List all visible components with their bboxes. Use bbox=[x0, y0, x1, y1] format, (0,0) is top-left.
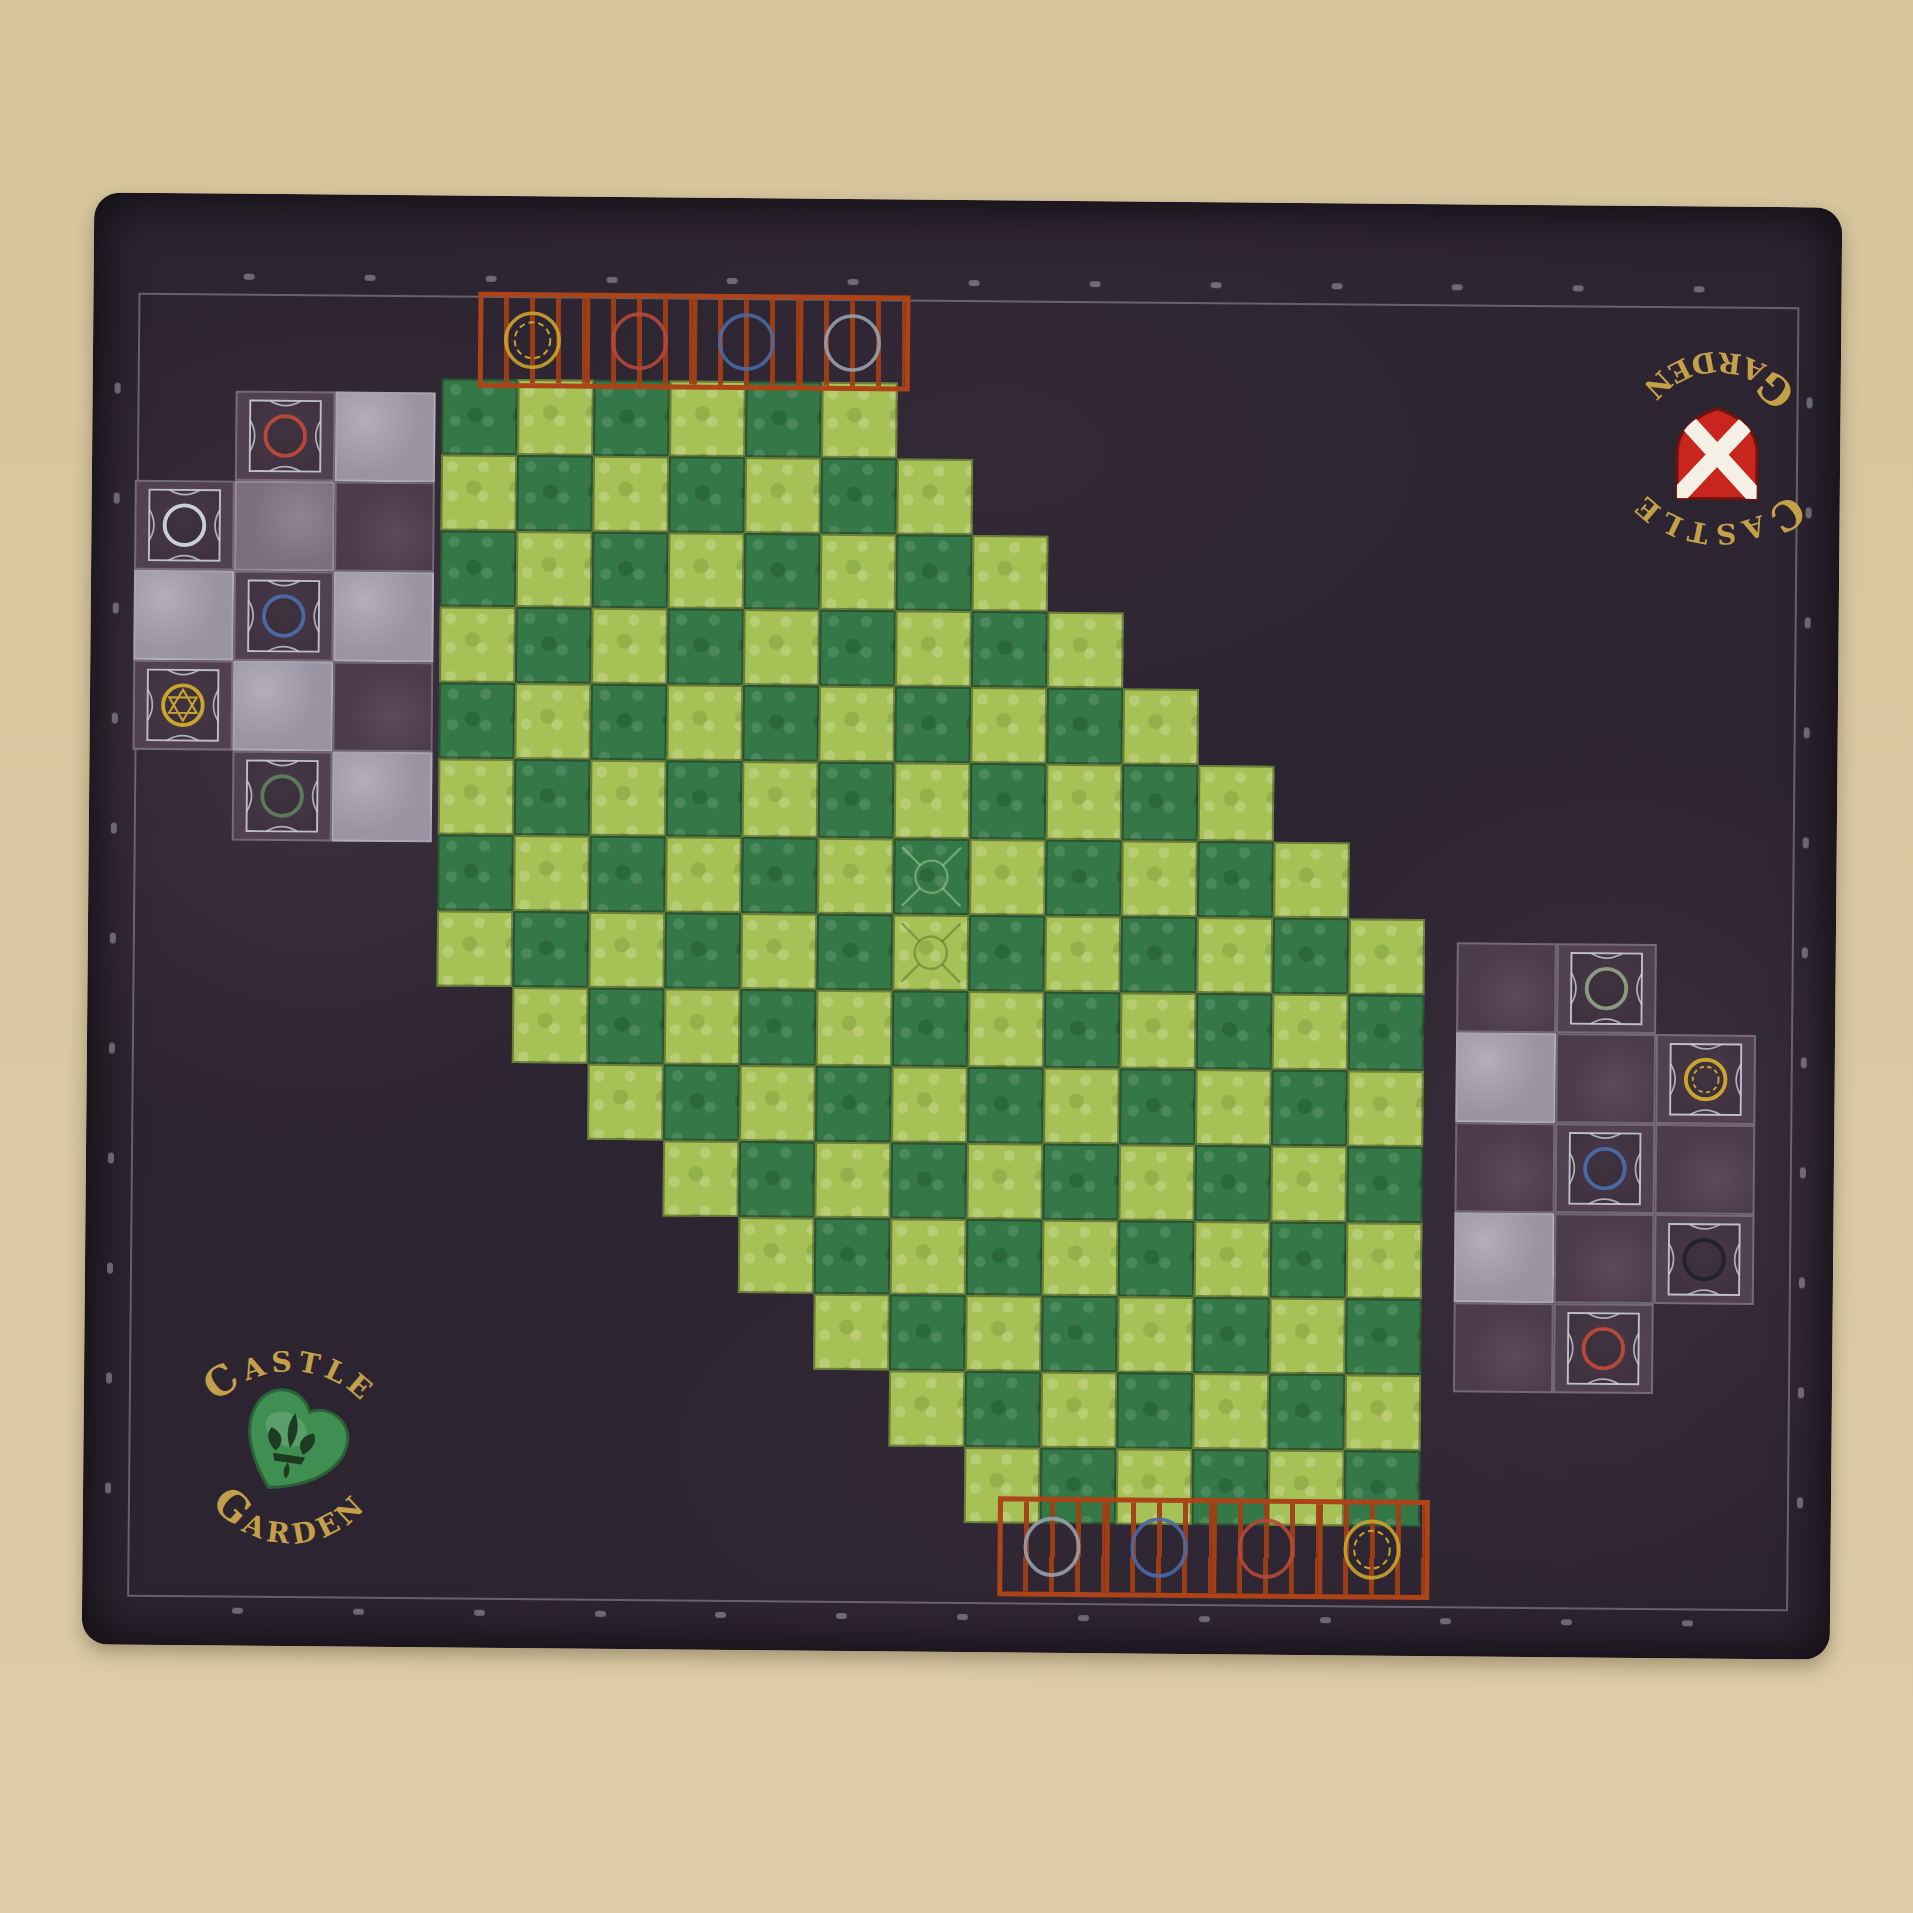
garden-square-2-8[interactable] bbox=[588, 988, 665, 1065]
garden-square-10-13[interactable] bbox=[1192, 1373, 1269, 1450]
garden-square-11-8[interactable] bbox=[1272, 994, 1349, 1071]
garden-square-1-0[interactable] bbox=[517, 379, 594, 456]
photo-stage: Castle Garden bbox=[0, 0, 1913, 1913]
stone-tile-plain bbox=[335, 392, 436, 483]
garden-square-1-8[interactable] bbox=[512, 987, 589, 1064]
border-tick bbox=[1440, 1618, 1451, 1624]
garden-square-3-3[interactable] bbox=[667, 608, 744, 685]
garden-square-7-3[interactable] bbox=[971, 611, 1048, 688]
border-tick bbox=[232, 1608, 243, 1614]
border-tick bbox=[353, 1609, 364, 1615]
garden-square-5-5[interactable] bbox=[818, 762, 895, 839]
border-tick bbox=[112, 713, 118, 724]
garden-square-5-11[interactable] bbox=[814, 1218, 891, 1295]
garden-square-11-10[interactable] bbox=[1270, 1146, 1347, 1223]
border-tick bbox=[111, 823, 117, 834]
shield-icon bbox=[1677, 408, 1758, 499]
garden-square-12-8[interactable] bbox=[1348, 994, 1425, 1071]
garden-square-6-11[interactable] bbox=[890, 1218, 967, 1295]
garden-square-7-2[interactable] bbox=[972, 535, 1049, 612]
border-tick bbox=[1089, 281, 1100, 287]
border-tick bbox=[1802, 947, 1808, 958]
garden-square-2-1[interactable] bbox=[592, 456, 669, 533]
border-tick bbox=[1199, 1616, 1210, 1622]
logo-bottom-left: Castle Garden bbox=[164, 1318, 416, 1570]
garden-square-6-5[interactable] bbox=[894, 762, 971, 839]
garden-square-7-10[interactable] bbox=[966, 1143, 1043, 1220]
border-tick bbox=[1319, 1617, 1330, 1623]
garden-square-8-5[interactable] bbox=[1046, 764, 1123, 841]
garden-square-12-11[interactable] bbox=[1346, 1222, 1423, 1299]
garden-square-8-12[interactable] bbox=[1041, 1296, 1118, 1373]
garden-square-7-12[interactable] bbox=[965, 1295, 1042, 1372]
border-tick bbox=[1801, 1057, 1807, 1068]
fence-section-grey bbox=[803, 300, 905, 387]
border-tick bbox=[110, 933, 116, 944]
stone-tile-emblem-W[interactable] bbox=[134, 480, 235, 571]
garden-square-1-6[interactable] bbox=[513, 835, 590, 912]
garden-square-5-0[interactable] bbox=[821, 382, 898, 459]
border-tick bbox=[1799, 1277, 1805, 1288]
border-tick bbox=[1797, 1497, 1803, 1508]
garden-square-10-5[interactable] bbox=[1198, 765, 1275, 842]
garden-square-4-2[interactable] bbox=[744, 533, 821, 610]
garden-square-10-12[interactable] bbox=[1193, 1297, 1270, 1374]
garden-square-0-1[interactable] bbox=[440, 454, 517, 531]
stone-tile-plain bbox=[1655, 1124, 1756, 1215]
border-tick bbox=[1803, 837, 1809, 848]
stone-tile-emblem-N[interactable] bbox=[232, 751, 333, 842]
border-tick bbox=[848, 279, 859, 285]
garden-square-12-7[interactable] bbox=[1348, 918, 1425, 995]
garden-square-5-12[interactable] bbox=[813, 1294, 890, 1371]
fence-section-blue bbox=[696, 299, 803, 386]
N-ring-emblem-icon bbox=[234, 753, 331, 840]
border-tick bbox=[594, 1611, 605, 1617]
garden-square-8-7[interactable] bbox=[1044, 916, 1121, 993]
fence-circle-gold-icon bbox=[1322, 1504, 1425, 1595]
border-tick bbox=[836, 1613, 847, 1619]
border-tick bbox=[969, 280, 980, 286]
garden-square-0-3[interactable] bbox=[439, 606, 516, 683]
garden-square-5-10[interactable] bbox=[814, 1142, 891, 1219]
stone-tile-plain bbox=[334, 482, 435, 573]
border-tick bbox=[108, 1153, 114, 1164]
stone-tile-plain bbox=[234, 481, 335, 572]
stone-tile-emblem-B[interactable] bbox=[1555, 1123, 1656, 1214]
castle-courtyard-top-left bbox=[132, 390, 436, 843]
fence-circle-grey-icon bbox=[1002, 1501, 1105, 1592]
garden-square-2-4[interactable] bbox=[590, 684, 667, 761]
garden-square-3-4[interactable] bbox=[666, 684, 743, 761]
garden-square-1-4[interactable] bbox=[514, 683, 591, 760]
castle-courtyard-bottom-right bbox=[1453, 942, 1757, 1395]
border-tick bbox=[1806, 507, 1812, 518]
garden-square-11-9[interactable] bbox=[1271, 1070, 1348, 1147]
garden-square-9-13[interactable] bbox=[1116, 1372, 1193, 1449]
fence-circle-blue-icon bbox=[696, 299, 798, 386]
garden-square-7-5[interactable] bbox=[970, 763, 1047, 840]
garden-square-4-11[interactable] bbox=[738, 1217, 815, 1294]
garden-square-0-0[interactable] bbox=[441, 378, 518, 455]
garden-square-5-6[interactable] bbox=[817, 838, 894, 915]
border-tick bbox=[1573, 285, 1584, 291]
stone-tile-emblem-R[interactable] bbox=[1553, 1303, 1654, 1394]
garden-square-3-2[interactable] bbox=[668, 532, 745, 609]
stone-tile-plain bbox=[1456, 942, 1557, 1033]
center-mark-icon bbox=[894, 916, 967, 989]
S-ring-emblem-icon bbox=[135, 662, 232, 749]
garden-square-3-8[interactable] bbox=[664, 988, 741, 1065]
garden-square-9-5[interactable] bbox=[1122, 764, 1199, 841]
garden-square-3-10[interactable] bbox=[662, 1140, 739, 1217]
fence-circle-grey-icon bbox=[803, 300, 905, 387]
border-tick bbox=[115, 383, 121, 394]
border-tick bbox=[105, 1483, 111, 1494]
stone-tile-plain bbox=[133, 570, 234, 661]
garden-square-11-7[interactable] bbox=[1272, 918, 1349, 995]
logo-text-garden: Garden bbox=[204, 1476, 375, 1553]
garden-square-12-9[interactable] bbox=[1347, 1070, 1424, 1147]
garden-square-6-4[interactable] bbox=[894, 686, 971, 763]
stone-tile-plain bbox=[233, 661, 334, 752]
stone-tile-emblem-R[interactable] bbox=[235, 391, 336, 482]
garden-square-9-6[interactable] bbox=[1121, 840, 1198, 917]
garden-square-6-7[interactable] bbox=[892, 914, 969, 991]
garden-square-8-10[interactable] bbox=[1042, 1144, 1119, 1221]
garden-square-4-4[interactable] bbox=[742, 685, 819, 762]
garden-square-6-6[interactable] bbox=[893, 838, 970, 915]
garden-square-5-3[interactable] bbox=[819, 610, 896, 687]
stone-tile-plain bbox=[332, 752, 433, 843]
garden-square-10-7[interactable] bbox=[1196, 917, 1273, 994]
garden-square-1-7[interactable] bbox=[512, 911, 589, 988]
border-tick bbox=[109, 1043, 115, 1054]
fence-section-grey bbox=[1002, 1501, 1110, 1592]
garden-square-2-5[interactable] bbox=[590, 760, 667, 837]
garden-square-7-7[interactable] bbox=[968, 915, 1045, 992]
garden-square-9-12[interactable] bbox=[1117, 1296, 1194, 1373]
border-tick bbox=[1804, 727, 1810, 738]
garden-square-2-9[interactable] bbox=[587, 1064, 664, 1141]
border-tick bbox=[715, 1612, 726, 1618]
stone-tile-plain bbox=[1554, 1213, 1655, 1304]
garden-square-8-11[interactable] bbox=[1042, 1220, 1119, 1297]
R-ring-emblem-icon bbox=[1555, 1305, 1652, 1392]
border-tick bbox=[106, 1373, 112, 1384]
garden-square-0-4[interactable] bbox=[438, 682, 515, 759]
garden-square-9-4[interactable] bbox=[1122, 688, 1199, 765]
garden-square-3-6[interactable] bbox=[665, 836, 742, 913]
K-ring-emblem-icon bbox=[1656, 1216, 1753, 1303]
garden-square-6-3[interactable] bbox=[895, 610, 972, 687]
B-ring-emblem-icon bbox=[1557, 1125, 1654, 1212]
garden-square-5-7[interactable] bbox=[816, 914, 893, 991]
garden-square-2-0[interactable] bbox=[593, 380, 670, 457]
fence-section-blue bbox=[1109, 1502, 1217, 1593]
garden-square-3-9[interactable] bbox=[663, 1064, 740, 1141]
border-tick bbox=[474, 1610, 485, 1616]
fence-circle-gold-icon bbox=[483, 297, 585, 384]
garden-square-2-6[interactable] bbox=[589, 836, 666, 913]
garden-square-10-11[interactable] bbox=[1194, 1221, 1271, 1298]
garden-square-9-9[interactable] bbox=[1119, 1068, 1196, 1145]
stone-tile-plain bbox=[333, 572, 434, 663]
garden-square-4-8[interactable] bbox=[740, 989, 817, 1066]
garden-square-4-6[interactable] bbox=[741, 837, 818, 914]
stone-tile-plain bbox=[1555, 1033, 1656, 1124]
garden-square-1-5[interactable] bbox=[514, 759, 591, 836]
garden-square-1-2[interactable] bbox=[516, 531, 593, 608]
border-tick bbox=[1452, 284, 1463, 290]
garden-square-9-10[interactable] bbox=[1118, 1144, 1195, 1221]
R-ring-emblem-icon bbox=[237, 393, 334, 480]
garden-square-12-13[interactable] bbox=[1344, 1374, 1421, 1451]
border-tick bbox=[114, 493, 120, 504]
garden-square-7-6[interactable] bbox=[969, 839, 1046, 916]
garden-square-5-8[interactable] bbox=[816, 990, 893, 1067]
border-tick bbox=[244, 274, 255, 280]
border-tick bbox=[364, 275, 375, 281]
garden-square-6-2[interactable] bbox=[896, 534, 973, 611]
garden-square-11-13[interactable] bbox=[1268, 1374, 1345, 1451]
garden-square-10-8[interactable] bbox=[1196, 993, 1273, 1070]
border-tick bbox=[1800, 1167, 1806, 1178]
stone-tile-plain bbox=[1454, 1212, 1555, 1303]
garden-square-0-7[interactable] bbox=[436, 910, 513, 987]
garden-square-5-1[interactable] bbox=[820, 458, 897, 535]
garden-square-4-3[interactable] bbox=[743, 609, 820, 686]
garden-square-4-9[interactable] bbox=[739, 1065, 816, 1142]
garden-square-8-4[interactable] bbox=[1046, 688, 1123, 765]
border-tick bbox=[1210, 282, 1221, 288]
garden-square-7-11[interactable] bbox=[966, 1219, 1043, 1296]
fence-section-gold bbox=[483, 297, 590, 384]
garden-square-10-9[interactable] bbox=[1195, 1069, 1272, 1146]
garden-square-11-11[interactable] bbox=[1270, 1222, 1347, 1299]
stone-tile-emblem-E[interactable] bbox=[1556, 943, 1657, 1034]
fence-circle-blue-icon bbox=[1109, 1502, 1212, 1593]
E-ring-emblem-icon bbox=[1558, 945, 1655, 1032]
border-tick bbox=[1078, 1615, 1089, 1621]
garden-square-5-2[interactable] bbox=[820, 534, 897, 611]
garden-square-7-9[interactable] bbox=[967, 1067, 1044, 1144]
garden-square-6-8[interactable] bbox=[892, 990, 969, 1067]
W-ring-emblem-icon bbox=[136, 482, 233, 569]
garden-square-10-6[interactable] bbox=[1197, 841, 1274, 918]
garden-square-3-1[interactable] bbox=[668, 456, 745, 533]
garden-square-8-6[interactable] bbox=[1045, 840, 1122, 917]
border-tick bbox=[957, 1614, 968, 1620]
garden-square-1-1[interactable] bbox=[516, 455, 593, 532]
stone-tile-plain bbox=[1455, 1032, 1556, 1123]
garden-square-6-9[interactable] bbox=[891, 1066, 968, 1143]
fence-section-red bbox=[589, 298, 696, 385]
G-ring-emblem-icon bbox=[1657, 1036, 1754, 1123]
stone-tile-emblem-S[interactable] bbox=[133, 660, 234, 751]
garden-square-9-8[interactable] bbox=[1120, 992, 1197, 1069]
garden-square-0-2[interactable] bbox=[440, 530, 517, 607]
garden-square-2-3[interactable] bbox=[591, 608, 668, 685]
board-mat: Castle Garden bbox=[82, 192, 1843, 1659]
garden-square-2-2[interactable] bbox=[592, 532, 669, 609]
garden-square-9-11[interactable] bbox=[1118, 1220, 1195, 1297]
stone-tile-plain bbox=[1453, 1302, 1554, 1393]
border-tick bbox=[107, 1263, 113, 1274]
stone-tile-plain bbox=[1455, 1122, 1556, 1213]
garden-square-6-1[interactable] bbox=[896, 458, 973, 535]
stone-tile-emblem-K[interactable] bbox=[1654, 1214, 1755, 1305]
border-tick bbox=[1805, 617, 1811, 628]
fence-section-gold bbox=[1322, 1504, 1425, 1595]
stone-tile-emblem-B[interactable] bbox=[233, 571, 334, 662]
garden-square-9-7[interactable] bbox=[1120, 916, 1197, 993]
garden-square-0-5[interactable] bbox=[438, 758, 515, 835]
garden-square-3-7[interactable] bbox=[664, 912, 741, 989]
logo-top-right: Castle Garden bbox=[1591, 325, 1843, 577]
fence-bottom bbox=[997, 1496, 1430, 1600]
border-tick bbox=[1807, 397, 1813, 408]
border-tick bbox=[113, 603, 119, 614]
garden-square-3-5[interactable] bbox=[666, 760, 743, 837]
border-tick bbox=[606, 277, 617, 283]
fence-circle-red-icon bbox=[1216, 1503, 1319, 1594]
stone-tile-plain bbox=[332, 662, 433, 753]
garden-square-7-13[interactable] bbox=[964, 1371, 1041, 1448]
garden-square-10-10[interactable] bbox=[1194, 1145, 1271, 1222]
garden-square-4-1[interactable] bbox=[744, 457, 821, 534]
garden-square-7-4[interactable] bbox=[970, 687, 1047, 764]
B-ring-emblem-icon bbox=[235, 573, 332, 660]
stone-tile-emblem-G[interactable] bbox=[1655, 1034, 1756, 1125]
garden-square-8-3[interactable] bbox=[1047, 612, 1124, 689]
border-tick bbox=[1561, 1619, 1572, 1625]
garden-square-2-7[interactable] bbox=[588, 912, 665, 989]
garden-square-5-9[interactable] bbox=[815, 1066, 892, 1143]
border-tick bbox=[1682, 1620, 1693, 1626]
garden-square-8-9[interactable] bbox=[1043, 1068, 1120, 1145]
fence-circle-red-icon bbox=[589, 298, 691, 385]
border-tick bbox=[1798, 1387, 1804, 1398]
center-mark-icon bbox=[895, 840, 968, 913]
garden-square-4-5[interactable] bbox=[742, 761, 819, 838]
fence-top bbox=[478, 292, 911, 392]
garden-grid bbox=[432, 378, 1430, 1527]
fence-section-red bbox=[1216, 1503, 1324, 1594]
garden-square-4-0[interactable] bbox=[745, 381, 822, 458]
garden-square-6-12[interactable] bbox=[889, 1294, 966, 1371]
garden-square-4-7[interactable] bbox=[740, 913, 817, 990]
garden-square-11-6[interactable] bbox=[1273, 842, 1350, 919]
garden-square-5-4[interactable] bbox=[818, 686, 895, 763]
garden-square-8-13[interactable] bbox=[1040, 1372, 1117, 1449]
border-tick bbox=[485, 276, 496, 282]
garden-square-11-12[interactable] bbox=[1269, 1298, 1346, 1375]
garden-square-4-10[interactable] bbox=[738, 1141, 815, 1218]
garden-square-0-6[interactable] bbox=[437, 834, 514, 911]
border-tick bbox=[727, 278, 738, 284]
border-tick bbox=[1331, 283, 1342, 289]
garden-square-12-12[interactable] bbox=[1345, 1298, 1422, 1375]
garden-square-7-8[interactable] bbox=[968, 991, 1045, 1068]
garden-square-6-13[interactable] bbox=[888, 1370, 965, 1447]
garden-square-12-10[interactable] bbox=[1346, 1146, 1423, 1223]
garden-square-6-10[interactable] bbox=[890, 1142, 967, 1219]
border-tick bbox=[1694, 286, 1705, 292]
garden-square-8-8[interactable] bbox=[1044, 992, 1121, 1069]
garden-square-1-3[interactable] bbox=[515, 607, 592, 684]
garden-square-3-0[interactable] bbox=[669, 380, 746, 457]
